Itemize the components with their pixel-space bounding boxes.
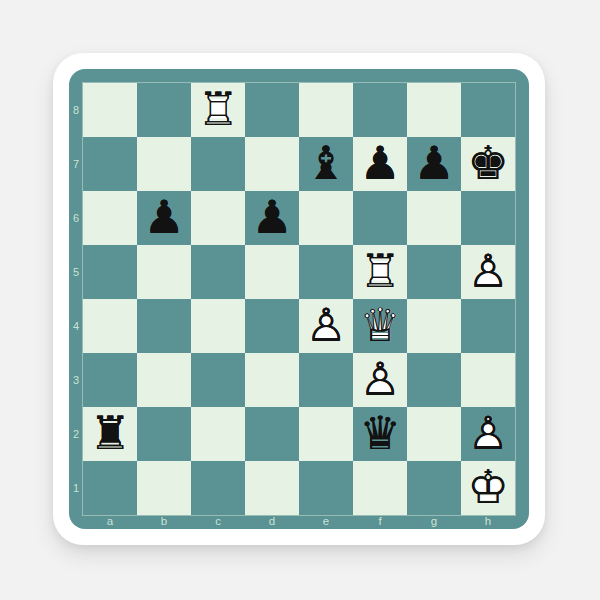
square-d6: ♟	[245, 191, 299, 245]
board-grid: ♜♖♝♟♟♚♟♟♜♖♟♙♟♙♛♕♟♙♜♛♟♙♚♔	[83, 83, 515, 515]
piece-white-pawn: ♟♙	[353, 353, 407, 407]
rank-label-1: 1	[69, 461, 83, 515]
piece-black-rook: ♜	[83, 407, 137, 461]
square-b2	[137, 407, 191, 461]
square-e5	[299, 245, 353, 299]
square-b8	[137, 83, 191, 137]
square-a6	[83, 191, 137, 245]
square-c2	[191, 407, 245, 461]
piece-white-rook: ♜♖	[353, 245, 407, 299]
rank-label-8: 8	[69, 83, 83, 137]
piece-white-pawn: ♟♙	[299, 299, 353, 353]
file-label-h: h	[461, 516, 515, 529]
square-g2	[407, 407, 461, 461]
page: { "game": "chess", "position": "2R5/4bpp…	[0, 0, 600, 600]
square-f6	[353, 191, 407, 245]
square-d7	[245, 137, 299, 191]
square-f2: ♛	[353, 407, 407, 461]
square-d2	[245, 407, 299, 461]
square-g1	[407, 461, 461, 515]
square-a1	[83, 461, 137, 515]
rank-label-2: 2	[69, 407, 83, 461]
square-c6	[191, 191, 245, 245]
square-d1	[245, 461, 299, 515]
piece-black-pawn: ♟	[245, 191, 299, 245]
square-a3	[83, 353, 137, 407]
piece-black-pawn: ♟	[137, 191, 191, 245]
square-c4	[191, 299, 245, 353]
square-a7	[83, 137, 137, 191]
square-f5: ♜♖	[353, 245, 407, 299]
square-h6	[461, 191, 515, 245]
square-e1	[299, 461, 353, 515]
square-h7: ♚	[461, 137, 515, 191]
piece-white-king: ♚♔	[461, 461, 515, 515]
square-a4	[83, 299, 137, 353]
file-label-a: a	[83, 516, 137, 529]
file-label-g: g	[407, 516, 461, 529]
piece-white-rook: ♜♖	[191, 83, 245, 137]
piece-white-pawn: ♟♙	[461, 245, 515, 299]
square-a8	[83, 83, 137, 137]
square-c7	[191, 137, 245, 191]
board-card: ♜♖♝♟♟♚♟♟♜♖♟♙♟♙♛♕♟♙♜♛♟♙♚♔ 87654321abcdefg…	[69, 69, 529, 529]
square-b1	[137, 461, 191, 515]
square-a2: ♜	[83, 407, 137, 461]
square-d3	[245, 353, 299, 407]
square-g8	[407, 83, 461, 137]
square-e3	[299, 353, 353, 407]
piece-white-queen: ♛♕	[353, 299, 407, 353]
file-label-f: f	[353, 516, 407, 529]
square-b5	[137, 245, 191, 299]
rank-label-3: 3	[69, 353, 83, 407]
square-c3	[191, 353, 245, 407]
file-label-e: e	[299, 516, 353, 529]
square-a5	[83, 245, 137, 299]
piece-white-pawn: ♟♙	[461, 407, 515, 461]
square-f8	[353, 83, 407, 137]
square-b4	[137, 299, 191, 353]
square-g3	[407, 353, 461, 407]
square-g4	[407, 299, 461, 353]
square-d5	[245, 245, 299, 299]
sticker-card: ♜♖♝♟♟♚♟♟♜♖♟♙♟♙♛♕♟♙♜♛♟♙♚♔ 87654321abcdefg…	[53, 53, 545, 545]
piece-black-bishop: ♝	[299, 137, 353, 191]
square-d4	[245, 299, 299, 353]
square-g6	[407, 191, 461, 245]
piece-black-pawn: ♟	[353, 137, 407, 191]
rank-label-4: 4	[69, 299, 83, 353]
square-g5	[407, 245, 461, 299]
square-f4: ♛♕	[353, 299, 407, 353]
square-e2	[299, 407, 353, 461]
square-b3	[137, 353, 191, 407]
square-f7: ♟	[353, 137, 407, 191]
piece-black-pawn: ♟	[407, 137, 461, 191]
rank-label-5: 5	[69, 245, 83, 299]
file-label-c: c	[191, 516, 245, 529]
square-c5	[191, 245, 245, 299]
square-e4: ♟♙	[299, 299, 353, 353]
square-f3: ♟♙	[353, 353, 407, 407]
piece-black-king: ♚	[461, 137, 515, 191]
square-b6: ♟	[137, 191, 191, 245]
square-f1	[353, 461, 407, 515]
file-label-d: d	[245, 516, 299, 529]
square-h3	[461, 353, 515, 407]
square-e6	[299, 191, 353, 245]
square-b7	[137, 137, 191, 191]
square-h4	[461, 299, 515, 353]
square-h2: ♟♙	[461, 407, 515, 461]
rank-label-6: 6	[69, 191, 83, 245]
square-g7: ♟	[407, 137, 461, 191]
square-e8	[299, 83, 353, 137]
rank-label-7: 7	[69, 137, 83, 191]
square-h1: ♚♔	[461, 461, 515, 515]
square-h5: ♟♙	[461, 245, 515, 299]
square-h8	[461, 83, 515, 137]
square-c1	[191, 461, 245, 515]
file-label-b: b	[137, 516, 191, 529]
square-e7: ♝	[299, 137, 353, 191]
piece-black-queen: ♛	[353, 407, 407, 461]
square-d8	[245, 83, 299, 137]
square-c8: ♜♖	[191, 83, 245, 137]
